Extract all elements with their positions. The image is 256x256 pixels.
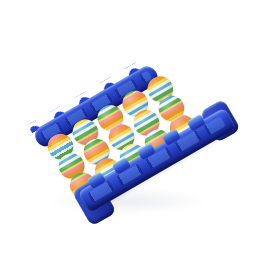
product-photo: [0, 0, 256, 256]
